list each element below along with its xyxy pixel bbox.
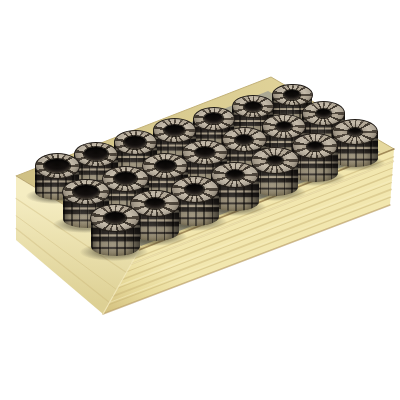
collet-bore-hole <box>104 212 126 224</box>
collet-r3-c7 <box>332 119 378 167</box>
collet-bore-hole <box>84 147 108 160</box>
collet-bore-hole <box>226 170 244 180</box>
collet-bore-hole <box>185 184 204 195</box>
collet-r3-c1 <box>90 204 140 256</box>
collet-grid <box>0 0 400 400</box>
collet-bore-hole <box>124 136 146 148</box>
collet-bore-hole <box>164 125 185 137</box>
collet-bore-hole <box>235 135 253 145</box>
collet-bore-hole <box>316 109 332 118</box>
collet-bore-hole <box>348 128 362 136</box>
collet-bore-hole <box>204 113 223 124</box>
collet-bore-hole <box>155 160 176 172</box>
collet-bore-hole <box>195 147 215 158</box>
collet-bore-hole <box>284 90 300 99</box>
product-photo <box>0 0 400 400</box>
collet-bore-hole <box>244 102 262 112</box>
collet-bore-hole <box>307 142 322 151</box>
collet-bore-hole <box>73 185 98 199</box>
